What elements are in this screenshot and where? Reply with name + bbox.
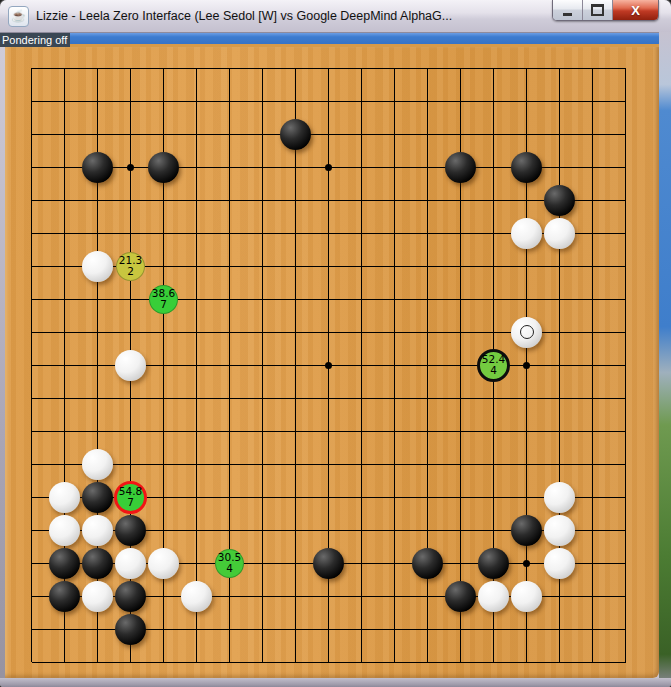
black-stone[interactable]: [49, 581, 80, 612]
grid-line-vertical: [592, 68, 593, 662]
black-stone[interactable]: [148, 152, 179, 183]
white-stone[interactable]: [544, 218, 575, 249]
black-stone[interactable]: [478, 548, 509, 579]
white-stone[interactable]: [478, 581, 509, 612]
minimize-button[interactable]: [553, 0, 583, 20]
close-icon: X: [631, 4, 640, 17]
window-border-right: [659, 32, 671, 687]
close-button[interactable]: X: [613, 0, 658, 20]
star-point: [523, 362, 530, 369]
grid-line-horizontal: [32, 431, 626, 432]
grid-line-vertical: [394, 68, 395, 662]
black-stone[interactable]: [82, 482, 113, 513]
white-stone[interactable]: [49, 482, 80, 513]
candidate-visits: 4: [226, 563, 233, 574]
pondering-progress-bar: [0, 33, 671, 44]
white-stone[interactable]: [82, 515, 113, 546]
black-stone[interactable]: [544, 185, 575, 216]
white-stone[interactable]: [148, 548, 179, 579]
candidate-move-p10[interactable]: 52.44: [477, 349, 510, 382]
white-stone[interactable]: [82, 581, 113, 612]
black-stone[interactable]: [412, 548, 443, 579]
white-stone[interactable]: [511, 317, 542, 348]
star-point: [523, 560, 530, 567]
candidate-visits: 4: [490, 365, 497, 376]
grid-line-horizontal: [32, 662, 626, 663]
white-stone[interactable]: [49, 515, 80, 546]
lizzie-window: ☕ Lizzie - Leela Zero Interface (Lee Sed…: [0, 0, 671, 687]
black-stone[interactable]: [511, 515, 542, 546]
title-bar[interactable]: ☕ Lizzie - Leela Zero Interface (Lee Sed…: [0, 0, 671, 33]
white-stone[interactable]: [181, 581, 212, 612]
white-stone[interactable]: [115, 350, 146, 381]
grid-line-vertical: [361, 68, 362, 662]
black-stone[interactable]: [445, 581, 476, 612]
white-stone[interactable]: [544, 482, 575, 513]
white-stone[interactable]: [82, 251, 113, 282]
candidate-move-d6[interactable]: 54.87: [114, 481, 147, 514]
candidate-move-d13[interactable]: 21.32: [116, 252, 145, 281]
last-move-marker: [520, 325, 534, 339]
grid-line-vertical: [625, 68, 626, 662]
white-stone[interactable]: [82, 449, 113, 480]
white-stone[interactable]: [511, 581, 542, 612]
candidate-visits: 2: [127, 266, 134, 277]
java-icon: ☕: [8, 6, 29, 27]
star-point: [325, 164, 332, 171]
candidate-visits: 7: [160, 299, 167, 310]
status-bar: Pondering off: [0, 33, 671, 47]
black-stone[interactable]: [445, 152, 476, 183]
black-stone[interactable]: [82, 152, 113, 183]
go-board[interactable]: 21.3238.6752.4454.8730.54: [5, 47, 659, 678]
black-stone[interactable]: [511, 152, 542, 183]
white-stone[interactable]: [511, 218, 542, 249]
white-stone[interactable]: [544, 515, 575, 546]
window-border-left: [0, 47, 5, 687]
black-stone[interactable]: [49, 548, 80, 579]
candidate-move-e12[interactable]: 38.67: [149, 285, 178, 314]
candidate-move-g4[interactable]: 30.54: [215, 549, 244, 578]
black-stone[interactable]: [115, 614, 146, 645]
black-stone[interactable]: [115, 581, 146, 612]
star-point: [127, 164, 134, 171]
star-point: [325, 362, 332, 369]
grid-line-horizontal: [32, 464, 626, 465]
black-stone[interactable]: [115, 515, 146, 546]
minimize-icon: [563, 13, 572, 16]
grid-line-horizontal: [32, 398, 626, 399]
maximize-button[interactable]: [583, 0, 613, 20]
black-stone[interactable]: [280, 119, 311, 150]
maximize-icon: [591, 4, 604, 16]
window-controls: X: [552, 0, 659, 21]
window-border-bottom: [0, 678, 671, 687]
black-stone[interactable]: [82, 548, 113, 579]
candidate-visits: 7: [127, 497, 134, 508]
white-stone[interactable]: [544, 548, 575, 579]
pondering-status-label[interactable]: Pondering off: [0, 33, 70, 47]
black-stone[interactable]: [313, 548, 344, 579]
white-stone[interactable]: [115, 548, 146, 579]
